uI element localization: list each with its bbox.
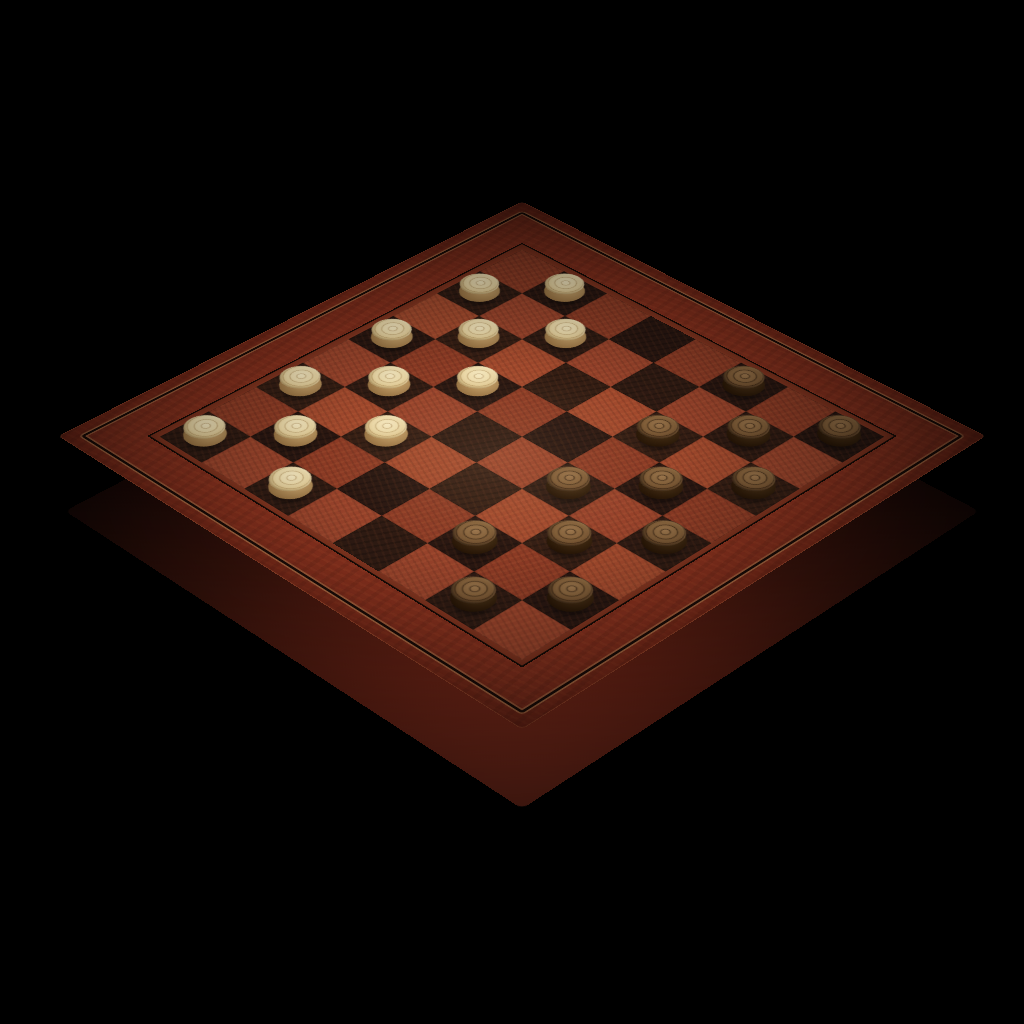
dark-piece[interactable]: ⛂: [613, 412, 704, 463]
square-3-2[interactable]: ⛀: [433, 363, 522, 412]
square-1-6[interactable]: ⛂: [703, 412, 794, 463]
photo-canvas: ⛀⛂⛂⛀⛀⛂⛀⛂⛂⛀⛀⛂⛀⛂⛂⛀⛀⛂⛀⛂⛂⛀⛀⛂: [0, 0, 1024, 1024]
square-7-0[interactable]: ⛀: [160, 412, 251, 463]
light-piece[interactable]: ⛀: [160, 412, 251, 463]
light-piece[interactable]: ⛀: [433, 363, 522, 412]
board-frame: ⛀⛂⛂⛀⛀⛂⛀⛂⛂⛀⛀⛂⛀⛂⛂⛀⛀⛂⛀⛂⛂⛀⛀⛂: [58, 201, 986, 729]
square-2-5[interactable]: ⛂: [613, 412, 704, 463]
square-3-4[interactable]: [522, 412, 613, 463]
dark-piece[interactable]: ⛂: [703, 412, 794, 463]
square-4-3[interactable]: [431, 412, 522, 463]
scene: ⛀⛂⛂⛀⛀⛂⛀⛂⛂⛀⛀⛂⛀⛂⛂⛀⛀⛂⛀⛂⛂⛀⛀⛂: [0, 0, 1024, 1024]
checkers-board: ⛀⛂⛂⛀⛀⛂⛀⛂⛂⛀⛀⛂⛀⛂⛂⛀⛀⛂⛀⛂⛂⛀⛀⛂: [58, 201, 986, 729]
